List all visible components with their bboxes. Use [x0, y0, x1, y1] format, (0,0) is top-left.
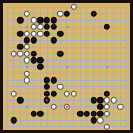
- white-stone: [24, 44, 30, 50]
- black-stone: [64, 11, 70, 17]
- black-stone: [44, 77, 50, 83]
- black-stone: [44, 17, 50, 23]
- white-stone: [37, 30, 43, 36]
- white-stone: [24, 57, 30, 63]
- white-stone: [37, 24, 43, 30]
- black-stone: [37, 17, 43, 23]
- grid-line-vertical: [86, 7, 87, 128]
- white-stone: [30, 17, 36, 23]
- black-stone: [90, 110, 96, 116]
- white-stone: [97, 117, 103, 123]
- grid-line-vertical: [73, 7, 74, 128]
- black-stone: [17, 97, 23, 103]
- white-stone: [117, 104, 123, 110]
- grid-line-vertical: [126, 7, 127, 128]
- white-stone: [17, 50, 23, 56]
- white-stone: [70, 4, 76, 10]
- black-stone: [44, 24, 50, 30]
- black-stone: [50, 90, 56, 96]
- white-stone: [11, 90, 17, 96]
- white-stone: [24, 30, 30, 36]
- black-stone: [97, 97, 103, 103]
- black-stone: [84, 110, 90, 116]
- black-stone: [90, 97, 96, 103]
- grid-line-vertical: [93, 7, 94, 128]
- black-stone: [97, 110, 103, 116]
- black-stone: [44, 30, 50, 36]
- black-stone: [57, 50, 63, 56]
- grid-line-horizontal: [7, 86, 128, 87]
- white-stone: [104, 110, 110, 116]
- black-stone: [77, 110, 83, 116]
- white-stone: [57, 11, 63, 17]
- star-point: [106, 66, 108, 68]
- star-point: [26, 106, 28, 108]
- white-stone: [24, 70, 30, 76]
- black-stone: [17, 44, 23, 50]
- black-stone: [30, 37, 36, 43]
- star-point: [26, 66, 28, 68]
- white-stone: [104, 97, 110, 103]
- black-stone: [104, 24, 110, 30]
- go-app: [0, 0, 133, 133]
- black-stone: [44, 90, 50, 96]
- white-stone: [24, 77, 30, 83]
- black-stone: [17, 17, 23, 23]
- star-point: [66, 66, 68, 68]
- go-board[interactable]: [3, 3, 130, 130]
- black-stone: [90, 117, 96, 123]
- black-stone: [37, 57, 43, 63]
- black-stone: [90, 11, 96, 17]
- white-stone: [50, 104, 56, 110]
- white-stone: [104, 104, 110, 110]
- black-stone: [50, 24, 56, 30]
- black-stone: [50, 17, 56, 23]
- grid-line-vertical: [80, 7, 81, 128]
- black-stone: [37, 64, 43, 70]
- black-stone: [57, 30, 63, 36]
- grid-line-vertical: [113, 7, 114, 128]
- white-stone: [24, 11, 30, 17]
- black-stone: [44, 84, 50, 90]
- white-stone: [70, 90, 76, 96]
- white-stone: [30, 24, 36, 30]
- black-stone: [30, 57, 36, 63]
- black-stone: [50, 77, 56, 83]
- black-stone: [104, 90, 110, 96]
- black-stone: [17, 30, 23, 36]
- white-stone: [57, 84, 63, 90]
- grid-line-horizontal: [7, 120, 128, 121]
- black-stone: [30, 110, 36, 116]
- black-stone: [24, 37, 30, 43]
- black-stone: [50, 37, 56, 43]
- white-stone: [64, 90, 70, 96]
- white-stone: [11, 50, 17, 56]
- black-stone: [37, 110, 43, 116]
- black-stone: [11, 117, 17, 123]
- black-stone: [30, 50, 36, 56]
- white-stone: [30, 30, 36, 36]
- black-stone: [97, 104, 103, 110]
- star-point: [66, 26, 68, 28]
- white-stone: [24, 50, 30, 56]
- white-stone: [104, 124, 110, 130]
- star-point: [26, 26, 28, 28]
- white-stone: [110, 97, 116, 103]
